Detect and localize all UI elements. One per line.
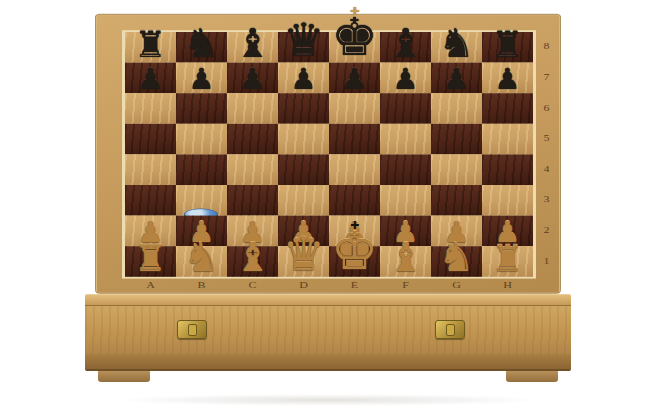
- square-c8[interactable]: ♝: [227, 32, 278, 63]
- square-d3[interactable]: [278, 185, 329, 216]
- square-f1[interactable]: ♝: [380, 246, 431, 277]
- square-f3[interactable]: [380, 185, 431, 216]
- black-rook[interactable]: ♜: [125, 27, 176, 63]
- box-foot-left: [98, 371, 150, 382]
- square-f5[interactable]: [380, 124, 431, 155]
- square-g5[interactable]: [431, 124, 482, 155]
- white-queen[interactable]: ♛: [278, 231, 329, 277]
- black-pawn[interactable]: ♟: [482, 65, 533, 94]
- square-a7[interactable]: ♟: [125, 63, 176, 94]
- square-g4[interactable]: [431, 154, 482, 185]
- black-pawn[interactable]: ♟: [329, 65, 380, 94]
- square-c4[interactable]: [227, 154, 278, 185]
- black-pawn[interactable]: ♟: [125, 65, 176, 94]
- square-h8[interactable]: ♜: [482, 32, 533, 63]
- square-c5[interactable]: [227, 124, 278, 155]
- chess-board: ♜♞♝♛♚✚♝♞♜♟♟♟♟♟♟♟♟♟♟♟♟♟♟♟♟♜♞♝♛♚✚♝♞♜: [125, 32, 533, 277]
- file-label-h: H: [482, 281, 533, 290]
- black-pawn[interactable]: ♟: [176, 65, 227, 94]
- square-d8[interactable]: ♛: [278, 32, 329, 63]
- square-d5[interactable]: [278, 124, 329, 155]
- square-b7[interactable]: ♟: [176, 63, 227, 94]
- square-e5[interactable]: [329, 124, 380, 155]
- square-f7[interactable]: ♟: [380, 63, 431, 94]
- lid-bevel-edge: [85, 294, 571, 306]
- square-e3[interactable]: [329, 185, 380, 216]
- black-knight[interactable]: ♞: [176, 23, 227, 63]
- square-e1[interactable]: ♚✚: [329, 246, 380, 277]
- white-rook[interactable]: ♜: [125, 241, 176, 277]
- square-f8[interactable]: ♝: [380, 32, 431, 63]
- board-tilt-wrapper: ♜♞♝♛♚✚♝♞♜♟♟♟♟♟♟♟♟♟♟♟♟♟♟♟♟♜♞♝♛♚✚♝♞♜ ABCDE…: [95, 14, 561, 182]
- square-h3[interactable]: [482, 185, 533, 216]
- square-g3[interactable]: [431, 185, 482, 216]
- rank-label-2: 2: [537, 216, 556, 247]
- box-feet: [98, 371, 558, 382]
- black-bishop[interactable]: ♝: [227, 23, 278, 63]
- black-pawn[interactable]: ♟: [431, 65, 482, 94]
- square-a4[interactable]: [125, 154, 176, 185]
- square-h1[interactable]: ♜: [482, 246, 533, 277]
- square-c1[interactable]: ♝: [227, 246, 278, 277]
- white-knight[interactable]: ♞: [431, 237, 482, 277]
- black-pawn[interactable]: ♟: [227, 65, 278, 94]
- square-b5[interactable]: [176, 124, 227, 155]
- square-a3[interactable]: [125, 185, 176, 216]
- chess-box: ♜♞♝♛♚✚♝♞♜♟♟♟♟♟♟♟♟♟♟♟♟♟♟♟♟♜♞♝♛♚✚♝♞♜ ABCDE…: [95, 14, 561, 382]
- rank-label-6: 6: [537, 93, 556, 124]
- square-a5[interactable]: [125, 124, 176, 155]
- chess-box-lid: ♜♞♝♛♚✚♝♞♜♟♟♟♟♟♟♟♟♟♟♟♟♟♟♟♟♜♞♝♛♚✚♝♞♜ ABCDE…: [95, 14, 561, 294]
- black-pawn[interactable]: ♟: [380, 65, 431, 94]
- chess-set-photo: ♜♞♝♛♚✚♝♞♜♟♟♟♟♟♟♟♟♟♟♟♟♟♟♟♟♜♞♝♛♚✚♝♞♜ ABCDE…: [0, 0, 656, 414]
- rank-label-8: 8: [537, 32, 556, 63]
- square-a8[interactable]: ♜: [125, 32, 176, 63]
- square-d6[interactable]: [278, 93, 329, 124]
- box-front-face: [85, 306, 571, 354]
- box-front-panel: [85, 294, 571, 382]
- black-king[interactable]: ♚✚: [329, 11, 380, 63]
- rank-label-3: 3: [537, 185, 556, 216]
- square-d4[interactable]: [278, 154, 329, 185]
- square-a1[interactable]: ♜: [125, 246, 176, 277]
- square-h7[interactable]: ♟: [482, 63, 533, 94]
- square-c6[interactable]: [227, 93, 278, 124]
- square-e6[interactable]: [329, 93, 380, 124]
- rank-label-1: 1: [537, 246, 556, 277]
- brass-latch-right: [435, 320, 465, 339]
- white-king[interactable]: ♚✚: [329, 225, 380, 277]
- white-king-black-finial: ✚: [329, 220, 380, 231]
- square-b1[interactable]: ♞: [176, 246, 227, 277]
- white-rook[interactable]: ♜: [482, 241, 533, 277]
- black-king-light-finial: ✚: [329, 6, 380, 17]
- file-label-c: C: [227, 281, 278, 290]
- box-base-molding: [85, 354, 571, 371]
- square-b3[interactable]: [176, 185, 227, 216]
- square-d7[interactable]: ♟: [278, 63, 329, 94]
- square-g6[interactable]: [431, 93, 482, 124]
- rank-label-4: 4: [537, 154, 556, 185]
- file-label-f: F: [380, 281, 431, 290]
- file-label-d: D: [278, 281, 329, 290]
- square-c3[interactable]: [227, 185, 278, 216]
- white-bishop[interactable]: ♝: [380, 237, 431, 277]
- square-h4[interactable]: [482, 154, 533, 185]
- black-rook[interactable]: ♜: [482, 27, 533, 63]
- black-knight[interactable]: ♞: [431, 23, 482, 63]
- file-label-a: A: [125, 281, 176, 290]
- rank-label-7: 7: [537, 63, 556, 94]
- square-b6[interactable]: [176, 93, 227, 124]
- square-d1[interactable]: ♛: [278, 246, 329, 277]
- box-shadow: [113, 394, 543, 406]
- square-g8[interactable]: ♞: [431, 32, 482, 63]
- file-label-g: G: [431, 281, 482, 290]
- square-h6[interactable]: [482, 93, 533, 124]
- square-e4[interactable]: [329, 154, 380, 185]
- brass-latch-left: [177, 320, 207, 339]
- square-g7[interactable]: ♟: [431, 63, 482, 94]
- square-f4[interactable]: [380, 154, 431, 185]
- white-bishop[interactable]: ♝: [227, 237, 278, 277]
- square-b8[interactable]: ♞: [176, 32, 227, 63]
- file-label-b: B: [176, 281, 227, 290]
- rank-label-5: 5: [537, 124, 556, 155]
- square-e7[interactable]: ♟: [329, 63, 380, 94]
- white-knight[interactable]: ♞: [176, 237, 227, 277]
- black-bishop[interactable]: ♝: [380, 23, 431, 63]
- box-foot-right: [506, 371, 558, 382]
- board-inner-border: ♜♞♝♛♚✚♝♞♜♟♟♟♟♟♟♟♟♟♟♟♟♟♟♟♟♜♞♝♛♚✚♝♞♜: [122, 30, 536, 278]
- rank-labels: 87654321: [537, 32, 556, 277]
- square-a6[interactable]: [125, 93, 176, 124]
- square-f6[interactable]: [380, 93, 431, 124]
- file-labels: ABCDEFGH: [125, 281, 533, 290]
- square-g1[interactable]: ♞: [431, 246, 482, 277]
- black-queen[interactable]: ♛: [278, 17, 329, 63]
- square-c7[interactable]: ♟: [227, 63, 278, 94]
- square-b4[interactable]: [176, 154, 227, 185]
- square-e8[interactable]: ♚✚: [329, 32, 380, 63]
- black-pawn[interactable]: ♟: [278, 65, 329, 94]
- file-label-e: E: [329, 281, 380, 290]
- square-h5[interactable]: [482, 124, 533, 155]
